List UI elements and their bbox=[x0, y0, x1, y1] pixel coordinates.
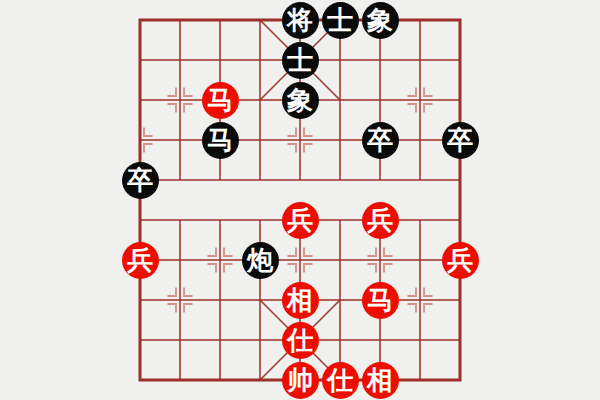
piece-black-elephant[interactable]: 象 bbox=[282, 82, 319, 119]
piece-red-advisor[interactable]: 仕 bbox=[282, 322, 319, 359]
piece-black-pawn[interactable]: 卒 bbox=[442, 122, 479, 159]
piece-red-pawn[interactable]: 兵 bbox=[122, 242, 159, 279]
piece-red-general[interactable]: 帅 bbox=[282, 362, 319, 399]
pieces-layer: 将士象士象马马卒卒卒兵兵兵炮兵相马仕帅仕相 bbox=[120, 0, 480, 400]
piece-red-pawn[interactable]: 兵 bbox=[282, 202, 319, 239]
xiangqi-board[interactable]: 将士象士象马马卒卒卒兵兵兵炮兵相马仕帅仕相 bbox=[120, 0, 480, 400]
piece-black-cannon[interactable]: 炮 bbox=[242, 242, 279, 279]
piece-red-horse[interactable]: 马 bbox=[362, 282, 399, 319]
piece-red-advisor[interactable]: 仕 bbox=[322, 362, 359, 399]
piece-red-horse[interactable]: 马 bbox=[202, 82, 239, 119]
piece-black-horse[interactable]: 马 bbox=[202, 122, 239, 159]
piece-red-elephant[interactable]: 相 bbox=[362, 362, 399, 399]
app-background: 将士象士象马马卒卒卒兵兵兵炮兵相马仕帅仕相 bbox=[0, 0, 600, 400]
piece-red-pawn[interactable]: 兵 bbox=[442, 242, 479, 279]
piece-black-general[interactable]: 将 bbox=[282, 2, 319, 39]
piece-black-pawn[interactable]: 卒 bbox=[362, 122, 399, 159]
piece-black-pawn[interactable]: 卒 bbox=[122, 162, 159, 199]
piece-red-elephant[interactable]: 相 bbox=[282, 282, 319, 319]
piece-black-elephant[interactable]: 象 bbox=[362, 2, 399, 39]
piece-black-advisor[interactable]: 士 bbox=[282, 42, 319, 79]
piece-red-pawn[interactable]: 兵 bbox=[362, 202, 399, 239]
piece-black-advisor[interactable]: 士 bbox=[322, 2, 359, 39]
